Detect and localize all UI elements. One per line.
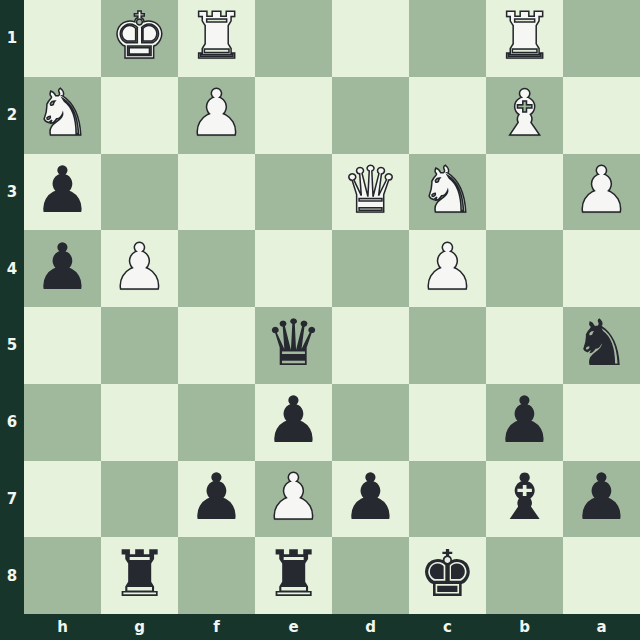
piece-white-pawn[interactable]: ♟ xyxy=(111,235,168,299)
square-b6[interactable]: ♟ xyxy=(486,384,563,461)
piece-white-pawn[interactable]: ♟ xyxy=(419,235,476,299)
square-d3[interactable]: ♛ xyxy=(332,154,409,231)
file-label-g: g xyxy=(101,614,178,640)
piece-black-pawn[interactable]: ♟ xyxy=(34,235,91,299)
square-b7[interactable]: ♝ xyxy=(486,461,563,538)
piece-black-rook[interactable]: ♜ xyxy=(111,542,168,606)
square-h7[interactable] xyxy=(24,461,101,538)
square-b4[interactable] xyxy=(486,230,563,307)
piece-white-bishop[interactable]: ♝ xyxy=(496,81,553,145)
file-label-e: e xyxy=(255,614,332,640)
file-label-d: d xyxy=(332,614,409,640)
square-e5[interactable]: ♛ xyxy=(255,307,332,384)
square-b8[interactable] xyxy=(486,537,563,614)
piece-black-pawn[interactable]: ♟ xyxy=(342,465,399,529)
square-f3[interactable] xyxy=(178,154,255,231)
square-c2[interactable] xyxy=(409,77,486,154)
square-a2[interactable] xyxy=(563,77,640,154)
piece-black-queen[interactable]: ♛ xyxy=(265,311,322,375)
square-g5[interactable] xyxy=(101,307,178,384)
square-f6[interactable] xyxy=(178,384,255,461)
square-f4[interactable] xyxy=(178,230,255,307)
square-d5[interactable] xyxy=(332,307,409,384)
piece-white-knight[interactable]: ♞ xyxy=(34,81,91,145)
file-label-c: c xyxy=(409,614,486,640)
rank-label-3: 3 xyxy=(0,154,24,231)
square-g7[interactable] xyxy=(101,461,178,538)
square-e1[interactable] xyxy=(255,0,332,77)
square-h3[interactable]: ♟ xyxy=(24,154,101,231)
rank-label-4: 4 xyxy=(0,230,24,307)
rank-labels: 1 2 3 4 5 6 7 8 xyxy=(0,0,24,614)
piece-white-rook[interactable]: ♜ xyxy=(496,4,553,68)
piece-white-queen[interactable]: ♛ xyxy=(342,158,399,222)
square-g6[interactable] xyxy=(101,384,178,461)
square-c5[interactable] xyxy=(409,307,486,384)
square-a7[interactable]: ♟ xyxy=(563,461,640,538)
square-d7[interactable]: ♟ xyxy=(332,461,409,538)
square-b2[interactable]: ♝ xyxy=(486,77,563,154)
square-c6[interactable] xyxy=(409,384,486,461)
piece-black-rook[interactable]: ♜ xyxy=(265,542,322,606)
square-h2[interactable]: ♞ xyxy=(24,77,101,154)
square-g2[interactable] xyxy=(101,77,178,154)
rank-label-1: 1 xyxy=(0,0,24,77)
square-g3[interactable] xyxy=(101,154,178,231)
piece-white-king[interactable]: ♚ xyxy=(111,4,168,68)
piece-white-rook[interactable]: ♜ xyxy=(188,4,245,68)
square-d2[interactable] xyxy=(332,77,409,154)
rank-label-6: 6 xyxy=(0,384,24,461)
square-d4[interactable] xyxy=(332,230,409,307)
square-c1[interactable] xyxy=(409,0,486,77)
square-h6[interactable] xyxy=(24,384,101,461)
piece-black-pawn[interactable]: ♟ xyxy=(496,388,553,452)
rank-label-8: 8 xyxy=(0,537,24,614)
square-b5[interactable] xyxy=(486,307,563,384)
piece-black-knight[interactable]: ♞ xyxy=(573,311,630,375)
rank-label-5: 5 xyxy=(0,307,24,384)
square-e2[interactable] xyxy=(255,77,332,154)
square-a6[interactable] xyxy=(563,384,640,461)
square-a4[interactable] xyxy=(563,230,640,307)
piece-black-pawn[interactable]: ♟ xyxy=(188,465,245,529)
square-a5[interactable]: ♞ xyxy=(563,307,640,384)
square-c8[interactable]: ♚ xyxy=(409,537,486,614)
square-f1[interactable]: ♜ xyxy=(178,0,255,77)
square-b3[interactable] xyxy=(486,154,563,231)
piece-white-knight[interactable]: ♞ xyxy=(419,158,476,222)
file-label-h: h xyxy=(24,614,101,640)
square-f5[interactable] xyxy=(178,307,255,384)
square-h1[interactable] xyxy=(24,0,101,77)
piece-black-pawn[interactable]: ♟ xyxy=(573,465,630,529)
file-label-a: a xyxy=(563,614,640,640)
square-d6[interactable] xyxy=(332,384,409,461)
piece-black-king[interactable]: ♚ xyxy=(419,542,476,606)
square-c7[interactable] xyxy=(409,461,486,538)
square-a3[interactable]: ♟ xyxy=(563,154,640,231)
piece-white-pawn[interactable]: ♟ xyxy=(573,158,630,222)
square-f2[interactable]: ♟ xyxy=(178,77,255,154)
square-h8[interactable] xyxy=(24,537,101,614)
square-h4[interactable]: ♟ xyxy=(24,230,101,307)
square-e3[interactable] xyxy=(255,154,332,231)
square-e7[interactable]: ♟ xyxy=(255,461,332,538)
square-c4[interactable]: ♟ xyxy=(409,230,486,307)
piece-black-pawn[interactable]: ♟ xyxy=(34,158,91,222)
square-d8[interactable] xyxy=(332,537,409,614)
file-label-b: b xyxy=(486,614,563,640)
rank-label-2: 2 xyxy=(0,77,24,154)
piece-black-bishop[interactable]: ♝ xyxy=(496,465,553,529)
square-b1[interactable]: ♜ xyxy=(486,0,563,77)
square-d1[interactable] xyxy=(332,0,409,77)
square-a8[interactable] xyxy=(563,537,640,614)
piece-white-pawn[interactable]: ♟ xyxy=(188,81,245,145)
file-labels: h g f e d c b a xyxy=(24,614,640,640)
square-e8[interactable]: ♜ xyxy=(255,537,332,614)
square-a1[interactable] xyxy=(563,0,640,77)
square-f8[interactable] xyxy=(178,537,255,614)
square-g1[interactable]: ♚ xyxy=(101,0,178,77)
square-h5[interactable] xyxy=(24,307,101,384)
board: ♚♜♜♞♟♝♟♛♞♟♟♟♟♛♞♟♟♟♟♟♝♟♜♜♚ xyxy=(24,0,640,614)
square-c3[interactable]: ♞ xyxy=(409,154,486,231)
file-label-f: f xyxy=(178,614,255,640)
square-g4[interactable]: ♟ xyxy=(101,230,178,307)
piece-white-pawn[interactable]: ♟ xyxy=(265,465,322,529)
piece-black-pawn[interactable]: ♟ xyxy=(265,388,322,452)
square-e6[interactable]: ♟ xyxy=(255,384,332,461)
rank-label-7: 7 xyxy=(0,461,24,538)
square-e4[interactable] xyxy=(255,230,332,307)
square-g8[interactable]: ♜ xyxy=(101,537,178,614)
square-f7[interactable]: ♟ xyxy=(178,461,255,538)
chess-board-container: 1 2 3 4 5 6 7 8 ♚♜♜♞♟♝♟♛♞♟♟♟♟♛♞♟♟♟♟♟♝♟♜♜… xyxy=(0,0,640,640)
